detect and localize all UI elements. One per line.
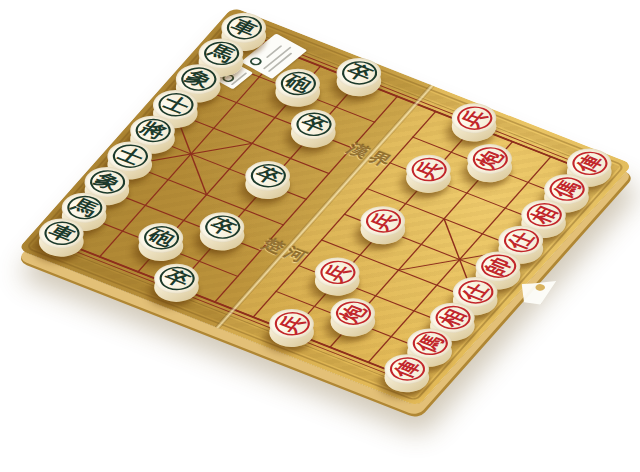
piece-character: 馬 [204,42,238,64]
piece-character: 俥 [572,152,606,174]
piece-character: 兵 [366,210,400,232]
piece-character: 卒 [251,165,285,187]
piece-character: 卒 [342,62,376,84]
piece-character: 炮 [473,148,507,170]
piece-character: 傌 [550,178,584,200]
xiangqi-board: 楚河 漢界 車馬象士將士象馬車砲砲卒卒卒卒卒兵兵兵兵兵炮炮俥傌相仕帥仕相傌俥 [18,7,633,407]
product-photo-stage: 楚河 漢界 車馬象士將士象馬車砲砲卒卒卒卒卒兵兵兵兵兵炮炮俥傌相仕帥仕相傌俥 [0,0,640,472]
piece-character: 象 [90,171,124,193]
piece-character: 帥 [481,255,515,277]
piece-character: 俥 [390,358,424,380]
piece-character: 相 [527,204,561,226]
piece-character: 車 [227,17,261,39]
piece-character: 士 [159,94,193,116]
piece-character: 兵 [275,313,309,335]
piece-character: 相 [436,307,470,329]
piece-character: 將 [136,119,170,141]
piece-character: 卒 [160,268,194,290]
piece-character: 士 [113,145,147,167]
piece-character: 車 [45,222,79,244]
piece-character: 卒 [297,113,331,135]
piece-character: 卒 [205,216,239,238]
piece-character: 砲 [144,227,178,249]
piece-character: 仕 [458,281,492,303]
piece-character: 兵 [320,261,354,283]
piece-character: 砲 [281,72,315,94]
piece-character: 炮 [336,302,370,324]
piece-character: 象 [181,68,215,90]
piece-character: 仕 [504,229,538,251]
piece-character: 傌 [413,332,447,354]
piece-character: 兵 [457,107,491,129]
piece-character: 兵 [412,159,446,181]
piece-character: 馬 [67,197,101,219]
